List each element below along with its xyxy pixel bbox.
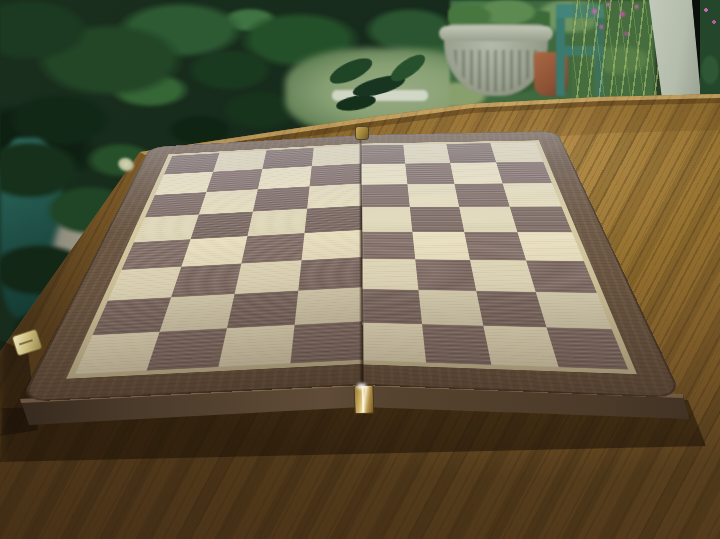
square-d3[interactable] [298,257,362,291]
square-f5[interactable] [410,207,464,232]
square-c5[interactable] [247,209,307,237]
square-d2[interactable] [295,287,363,324]
right-foliage [700,0,720,100]
square-d1[interactable] [290,321,362,363]
square-e7[interactable] [361,164,407,185]
square-h5[interactable] [510,206,572,232]
square-g4[interactable] [464,232,526,260]
square-d4[interactable] [302,230,362,260]
square-d5[interactable] [304,206,361,233]
square-f1[interactable] [422,324,491,365]
square-f6[interactable] [407,184,459,207]
square-h1[interactable] [547,327,629,369]
square-e2[interactable] [362,289,422,324]
square-h6[interactable] [503,183,562,207]
square-e1[interactable] [363,323,427,363]
square-f8[interactable] [403,144,450,164]
square-g2[interactable] [476,291,546,327]
square-g8[interactable] [446,143,496,163]
square-b5[interactable] [191,212,253,240]
square-e8[interactable] [361,145,405,165]
square-b4[interactable] [181,236,247,267]
square-g7[interactable] [450,162,502,184]
pink-flowers [584,0,654,56]
square-e3[interactable] [362,259,418,290]
square-h2[interactable] [536,292,612,329]
square-a3[interactable] [108,267,181,301]
square-c3[interactable] [235,260,302,294]
square-f4[interactable] [412,232,470,260]
square-f7[interactable] [405,163,454,184]
square-b2[interactable] [160,294,235,332]
square-b3[interactable] [171,263,241,297]
square-c2[interactable] [227,291,298,329]
photo-scene [0,0,720,539]
square-g3[interactable] [470,260,536,292]
square-g5[interactable] [459,207,517,233]
square-g6[interactable] [454,183,509,206]
square-h3[interactable] [526,260,597,293]
square-c6[interactable] [253,186,310,211]
square-e6[interactable] [361,184,409,207]
square-c1[interactable] [218,325,294,367]
square-a5[interactable] [134,215,199,243]
square-f3[interactable] [415,259,476,291]
square-e4[interactable] [362,232,415,260]
square-e5[interactable] [362,207,413,232]
square-a4[interactable] [122,239,191,270]
square-b1[interactable] [147,328,227,370]
near-hinge [354,385,375,415]
square-f2[interactable] [418,290,483,326]
far-hinge [355,126,369,140]
square-h8[interactable] [490,142,543,162]
square-h7[interactable] [496,162,552,184]
square-d6[interactable] [307,184,361,209]
square-c4[interactable] [241,233,304,263]
square-h4[interactable] [517,232,583,261]
